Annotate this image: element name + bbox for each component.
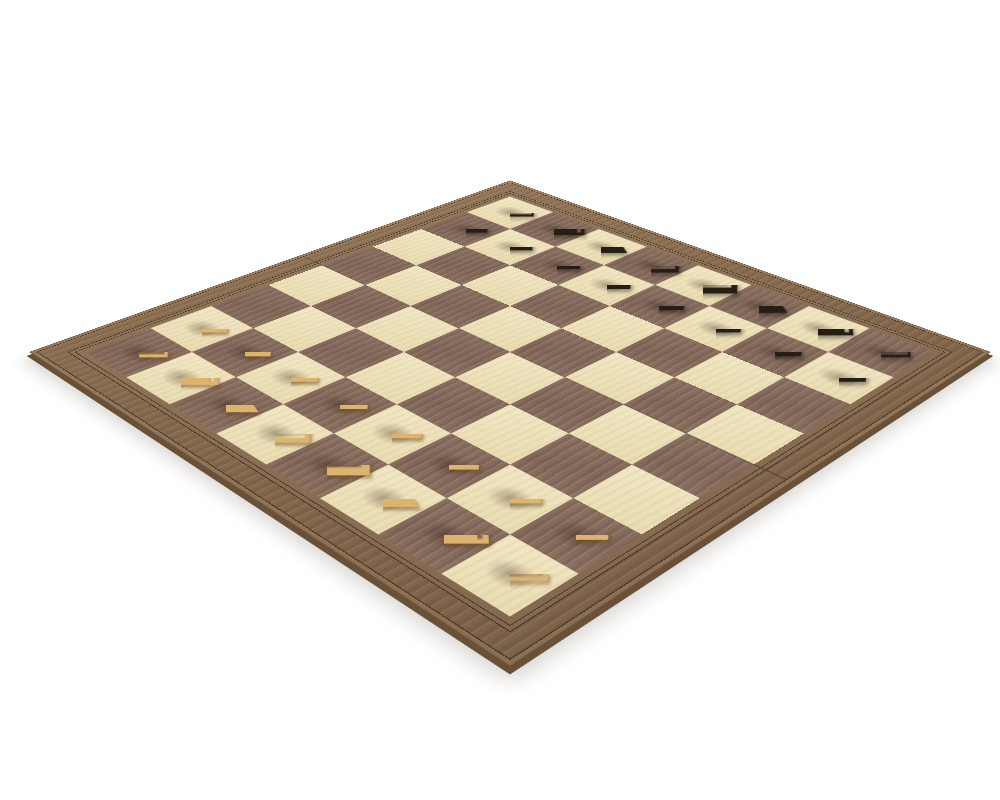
board-pinstripe-outer: ♜♞♝♛♚♝♞♜♟♟♟♟♟♟♟♟♟♟♟♟♟♟♟♟♜♞♝♛♚♝♞♜ xyxy=(67,191,952,632)
board-squares: ♜♞♝♛♚♝♞♜♟♟♟♟♟♟♟♟♟♟♟♟♟♟♟♟♜♞♝♛♚♝♞♜ xyxy=(86,196,935,616)
board-frame: ♜♞♝♛♚♝♞♜♟♟♟♟♟♟♟♟♟♟♟♟♟♟♟♟♜♞♝♛♚♝♞♜ xyxy=(36,182,984,660)
piece-glyph: ♜ xyxy=(449,466,571,602)
product-photo-canvas: ♜♞♝♛♚♝♞♜♟♟♟♟♟♟♟♟♟♟♟♟♟♟♟♟♜♞♝♛♚♝♞♜ xyxy=(0,0,1000,800)
chess-board: ♜♞♝♛♚♝♞♜♟♟♟♟♟♟♟♟♟♟♟♟♟♟♟♟♜♞♝♛♚♝♞♜ xyxy=(29,180,991,666)
board-scene: ♜♞♝♛♚♝♞♜♟♟♟♟♟♟♟♟♟♟♟♟♟♟♟♟♜♞♝♛♚♝♞♜ xyxy=(0,0,1000,800)
square-h1[interactable]: ♜ xyxy=(441,534,578,616)
board-pinstripe-inner: ♜♞♝♛♚♝♞♜♟♟♟♟♟♟♟♟♟♟♟♟♟♟♟♟♜♞♝♛♚♝♞♜ xyxy=(74,193,945,626)
